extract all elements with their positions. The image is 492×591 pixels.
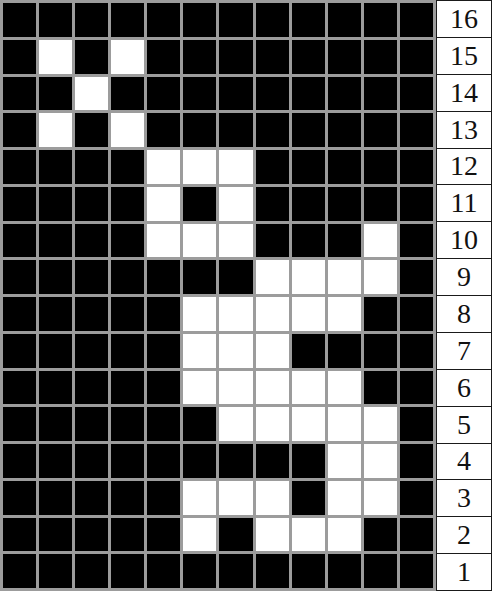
grid-cell-r7-c7 [219, 334, 252, 368]
grid-cell-r3-c3 [75, 481, 108, 515]
grid-cell-r15-c7 [219, 40, 252, 74]
grid-cell-r13-c8 [256, 113, 289, 147]
row-number-cell-12: 12 [436, 148, 492, 186]
grid-cell-r6-c10 [328, 371, 361, 405]
grid-cell-r15-c11 [364, 40, 397, 74]
grid-cell-r2-c2 [39, 518, 72, 552]
grid-cell-r1-c3 [75, 554, 108, 588]
row-number-cell-4: 4 [436, 443, 492, 481]
grid-cell-r5-c3 [75, 407, 108, 441]
grid-cell-r11-c3 [75, 187, 108, 221]
grid-cell-r14-c8 [256, 77, 289, 111]
grid-cell-r13-c11 [364, 113, 397, 147]
grid-cell-r11-c6 [183, 187, 216, 221]
grid-cell-r15-c10 [328, 40, 361, 74]
grid-cell-r10-c8 [256, 224, 289, 258]
grid-cell-r15-c9 [292, 40, 325, 74]
grid-cell-r5-c11 [364, 407, 397, 441]
grid-cell-r6-c4 [111, 371, 144, 405]
row-number-cell-1: 1 [436, 553, 492, 591]
grid-cell-r5-c9 [292, 407, 325, 441]
grid-cell-r11-c5 [147, 187, 180, 221]
grid-cell-r14-c3 [75, 77, 108, 111]
grid-cell-r2-c4 [111, 518, 144, 552]
grid-cell-r13-c2 [39, 113, 72, 147]
row-number-cell-2: 2 [436, 516, 492, 554]
grid-cell-r11-c7 [219, 187, 252, 221]
grid-cell-r12-c11 [364, 150, 397, 184]
grid-cell-r13-c9 [292, 113, 325, 147]
grid-cell-r2-c9 [292, 518, 325, 552]
grid-cell-r10-c5 [147, 224, 180, 258]
row-number-cell-8: 8 [436, 295, 492, 333]
grid-cell-r8-c6 [183, 297, 216, 331]
grid-cell-r7-c4 [111, 334, 144, 368]
grid-cell-r1-c2 [39, 554, 72, 588]
grid-cell-r7-c2 [39, 334, 72, 368]
grid-cell-r15-c5 [147, 40, 180, 74]
grid-cell-r12-c6 [183, 150, 216, 184]
grid-cell-r6-c11 [364, 371, 397, 405]
grid-cell-r4-c10 [328, 444, 361, 478]
grid-cell-r2-c3 [75, 518, 108, 552]
grid-cell-r12-c5 [147, 150, 180, 184]
grid-cell-r3-c2 [39, 481, 72, 515]
grid-cell-r9-c10 [328, 260, 361, 294]
grid-cell-r4-c3 [75, 444, 108, 478]
grid-cell-r11-c4 [111, 187, 144, 221]
grid-cell-r12-c12 [400, 150, 433, 184]
grid-cell-r1-c8 [256, 554, 289, 588]
grid-cell-r7-c9 [292, 334, 325, 368]
grid-cell-r7-c5 [147, 334, 180, 368]
grid-cell-r9-c11 [364, 260, 397, 294]
grid-cell-r11-c2 [39, 187, 72, 221]
grid-cell-r6-c1 [3, 371, 36, 405]
grid-cell-r5-c8 [256, 407, 289, 441]
grid-cell-r10-c10 [328, 224, 361, 258]
grid-cell-r8-c9 [292, 297, 325, 331]
grid-cell-r15-c8 [256, 40, 289, 74]
grid-cell-r15-c12 [400, 40, 433, 74]
grid-cell-r16-c11 [364, 3, 397, 37]
grid-cell-r16-c2 [39, 3, 72, 37]
stitch-chart: 16151413121110987654321 [0, 0, 492, 591]
grid-cell-r10-c9 [292, 224, 325, 258]
grid-cell-r12-c10 [328, 150, 361, 184]
grid-cell-r16-c4 [111, 3, 144, 37]
grid-cell-r10-c2 [39, 224, 72, 258]
grid-cell-r12-c7 [219, 150, 252, 184]
grid-cell-r14-c2 [39, 77, 72, 111]
grid-cell-r9-c12 [400, 260, 433, 294]
grid-cell-r9-c5 [147, 260, 180, 294]
grid-cell-r9-c3 [75, 260, 108, 294]
grid-cell-r8-c7 [219, 297, 252, 331]
grid-cell-r10-c6 [183, 224, 216, 258]
grid-cell-r11-c8 [256, 187, 289, 221]
row-number-cell-10: 10 [436, 221, 492, 259]
grid-cell-r3-c1 [3, 481, 36, 515]
grid-cell-r7-c6 [183, 334, 216, 368]
grid-cell-r7-c10 [328, 334, 361, 368]
grid-cell-r13-c7 [219, 113, 252, 147]
grid-cell-r9-c1 [3, 260, 36, 294]
grid-cell-r7-c3 [75, 334, 108, 368]
grid-cell-r2-c7 [219, 518, 252, 552]
grid-cell-r8-c3 [75, 297, 108, 331]
grid-cell-r4-c2 [39, 444, 72, 478]
grid-cell-r4-c11 [364, 444, 397, 478]
grid-cell-r10-c4 [111, 224, 144, 258]
grid-cell-r4-c6 [183, 444, 216, 478]
grid-cell-r4-c1 [3, 444, 36, 478]
grid-cell-r14-c4 [111, 77, 144, 111]
grid-cell-r13-c1 [3, 113, 36, 147]
grid-cell-r2-c10 [328, 518, 361, 552]
grid-cell-r4-c8 [256, 444, 289, 478]
grid-cell-r14-c11 [364, 77, 397, 111]
grid-cell-r11-c12 [400, 187, 433, 221]
grid-cell-r14-c9 [292, 77, 325, 111]
row-number-column: 16151413121110987654321 [436, 0, 492, 591]
grid-cell-r14-c7 [219, 77, 252, 111]
grid-cell-r5-c4 [111, 407, 144, 441]
grid-cell-r5-c1 [3, 407, 36, 441]
row-number-cell-7: 7 [436, 332, 492, 370]
grid-cell-r8-c4 [111, 297, 144, 331]
grid-cell-r5-c2 [39, 407, 72, 441]
grid-cell-r5-c10 [328, 407, 361, 441]
grid-cell-r3-c8 [256, 481, 289, 515]
grid-cell-r15-c3 [75, 40, 108, 74]
grid-cell-r13-c10 [328, 113, 361, 147]
grid-cell-r1-c9 [292, 554, 325, 588]
grid-cell-r11-c1 [3, 187, 36, 221]
grid-cell-r11-c10 [328, 187, 361, 221]
grid-cell-r1-c11 [364, 554, 397, 588]
grid-cell-r11-c9 [292, 187, 325, 221]
grid-cell-r10-c11 [364, 224, 397, 258]
grid-cell-r6-c9 [292, 371, 325, 405]
grid-cell-r1-c12 [400, 554, 433, 588]
grid-cell-r13-c5 [147, 113, 180, 147]
grid-cell-r16-c7 [219, 3, 252, 37]
grid-cell-r3-c9 [292, 481, 325, 515]
grid-cell-r7-c1 [3, 334, 36, 368]
grid-cell-r12-c1 [3, 150, 36, 184]
grid-cell-r16-c10 [328, 3, 361, 37]
grid-cell-r1-c6 [183, 554, 216, 588]
grid-cell-r16-c12 [400, 3, 433, 37]
grid-cell-r9-c8 [256, 260, 289, 294]
grid-cell-r1-c5 [147, 554, 180, 588]
grid-cell-r8-c5 [147, 297, 180, 331]
grid-cell-r2-c8 [256, 518, 289, 552]
grid-cell-r3-c7 [219, 481, 252, 515]
grid-cell-r14-c5 [147, 77, 180, 111]
grid-cell-r12-c2 [39, 150, 72, 184]
grid-cell-r14-c12 [400, 77, 433, 111]
grid-cell-r12-c8 [256, 150, 289, 184]
row-number-cell-3: 3 [436, 479, 492, 517]
grid-cell-r16-c8 [256, 3, 289, 37]
grid-cell-r1-c4 [111, 554, 144, 588]
row-number-cell-15: 15 [436, 37, 492, 75]
grid-cell-r2-c1 [3, 518, 36, 552]
grid-cell-r4-c12 [400, 444, 433, 478]
row-number-cell-13: 13 [436, 111, 492, 149]
grid-cell-r8-c2 [39, 297, 72, 331]
grid-cell-r4-c7 [219, 444, 252, 478]
grid-cell-r13-c4 [111, 113, 144, 147]
grid-cell-r9-c4 [111, 260, 144, 294]
grid-cell-r6-c12 [400, 371, 433, 405]
row-number-cell-9: 9 [436, 258, 492, 296]
grid-cell-r8-c12 [400, 297, 433, 331]
grid-cell-r13-c3 [75, 113, 108, 147]
grid-cell-r3-c12 [400, 481, 433, 515]
grid-cell-r14-c10 [328, 77, 361, 111]
row-number-cell-14: 14 [436, 74, 492, 112]
grid-cell-r3-c5 [147, 481, 180, 515]
grid-cell-r16-c1 [3, 3, 36, 37]
grid-cell-r9-c9 [292, 260, 325, 294]
grid-cell-r10-c3 [75, 224, 108, 258]
grid-cell-r2-c11 [364, 518, 397, 552]
grid-cell-r5-c5 [147, 407, 180, 441]
row-number-cell-11: 11 [436, 184, 492, 222]
grid-cell-r6-c7 [219, 371, 252, 405]
grid-cell-r13-c12 [400, 113, 433, 147]
grid-cell-r10-c7 [219, 224, 252, 258]
grid-cell-r6-c8 [256, 371, 289, 405]
grid-cell-r7-c8 [256, 334, 289, 368]
grid-cell-r11-c11 [364, 187, 397, 221]
grid-cell-r15-c4 [111, 40, 144, 74]
grid-cell-r15-c2 [39, 40, 72, 74]
grid-cell-r15-c6 [183, 40, 216, 74]
grid-cell-r5-c6 [183, 407, 216, 441]
grid-cell-r3-c6 [183, 481, 216, 515]
grid-cell-r14-c1 [3, 77, 36, 111]
grid-cell-r14-c6 [183, 77, 216, 111]
grid-cell-r7-c11 [364, 334, 397, 368]
grid-cell-r13-c6 [183, 113, 216, 147]
grid-cell-r9-c7 [219, 260, 252, 294]
grid-cell-r12-c9 [292, 150, 325, 184]
grid-cell-r6-c2 [39, 371, 72, 405]
grid-cell-r5-c7 [219, 407, 252, 441]
row-number-cell-5: 5 [436, 406, 492, 444]
grid-cell-r8-c10 [328, 297, 361, 331]
stitch-grid [0, 0, 436, 591]
grid-cell-r12-c4 [111, 150, 144, 184]
grid-cell-r6-c6 [183, 371, 216, 405]
grid-cell-r2-c5 [147, 518, 180, 552]
grid-cell-r1-c7 [219, 554, 252, 588]
grid-cell-r3-c4 [111, 481, 144, 515]
grid-cell-r10-c1 [3, 224, 36, 258]
grid-cell-r15-c1 [3, 40, 36, 74]
grid-cell-r16-c3 [75, 3, 108, 37]
grid-cell-r8-c1 [3, 297, 36, 331]
grid-cell-r4-c5 [147, 444, 180, 478]
grid-cell-r10-c12 [400, 224, 433, 258]
grid-cell-r2-c6 [183, 518, 216, 552]
grid-cell-r8-c8 [256, 297, 289, 331]
grid-cell-r2-c12 [400, 518, 433, 552]
grid-cell-r12-c3 [75, 150, 108, 184]
grid-cell-r4-c9 [292, 444, 325, 478]
grid-cell-r3-c11 [364, 481, 397, 515]
grid-cell-r9-c6 [183, 260, 216, 294]
grid-cell-r7-c12 [400, 334, 433, 368]
grid-cell-r6-c5 [147, 371, 180, 405]
grid-cell-r16-c6 [183, 3, 216, 37]
grid-cell-r3-c10 [328, 481, 361, 515]
grid-cell-r1-c1 [3, 554, 36, 588]
grid-cell-r5-c12 [400, 407, 433, 441]
grid-cell-r8-c11 [364, 297, 397, 331]
grid-cell-r9-c2 [39, 260, 72, 294]
row-number-cell-6: 6 [436, 369, 492, 407]
grid-cell-r6-c3 [75, 371, 108, 405]
grid-cell-r16-c9 [292, 3, 325, 37]
grid-cell-r4-c4 [111, 444, 144, 478]
row-number-cell-16: 16 [436, 0, 492, 38]
grid-cell-r1-c10 [328, 554, 361, 588]
grid-cell-r16-c5 [147, 3, 180, 37]
